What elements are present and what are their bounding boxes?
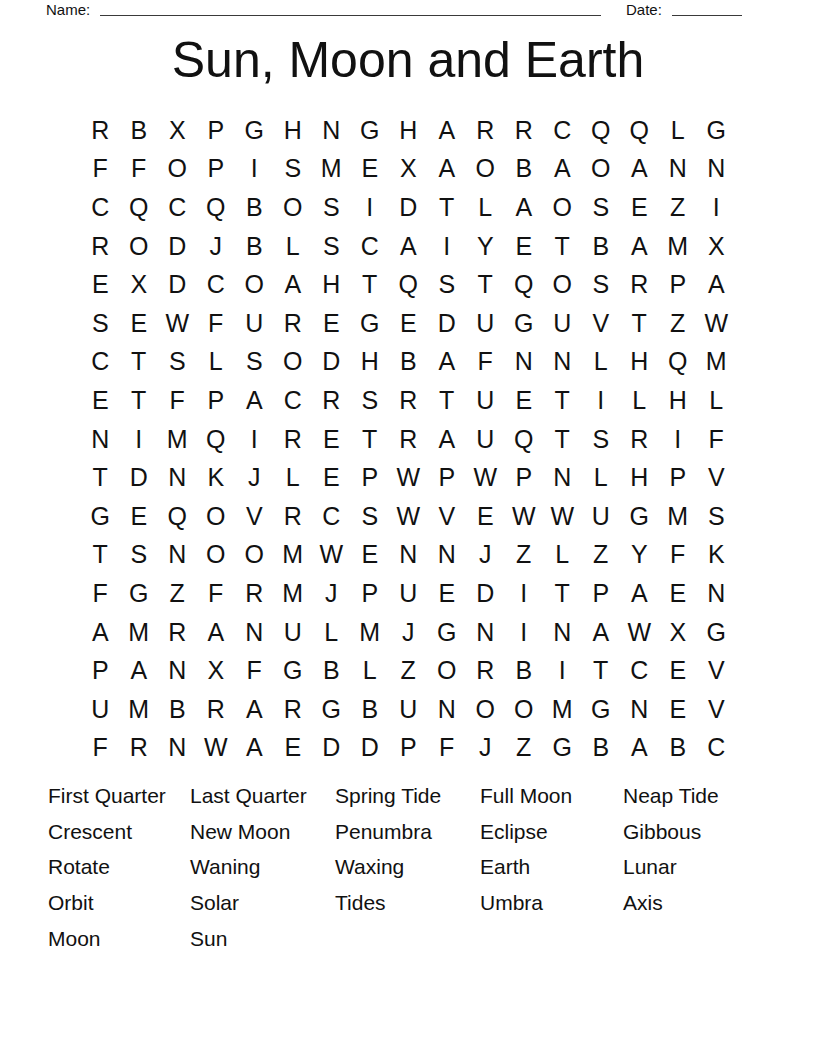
grid-cell-r4c16: M	[659, 227, 698, 266]
grid-cell-r12c9: N	[389, 536, 428, 575]
grid-cell-r2c1: F	[81, 150, 120, 189]
grid-cell-r7c17: M	[697, 343, 736, 382]
grid-cell-r11c10: V	[428, 497, 467, 536]
grid-cell-r16c9: U	[389, 690, 428, 729]
word-item: Orbit	[48, 885, 190, 921]
grid-cell-r14c10: G	[428, 613, 467, 652]
grid-cell-r12c12: Z	[505, 536, 544, 575]
grid-cell-r11c6: R	[274, 497, 313, 536]
grid-cell-r10c15: H	[620, 458, 659, 497]
grid-cell-r5c4: C	[197, 265, 236, 304]
grid-cell-r7c14: L	[582, 343, 621, 382]
grid-cell-r1c5: G	[235, 111, 274, 150]
grid-cell-r14c2: M	[120, 613, 159, 652]
grid-cell-r7c1: C	[81, 343, 120, 382]
grid-cell-r9c3: M	[158, 420, 197, 459]
grid-cell-r2c9: X	[389, 150, 428, 189]
grid-cell-r12c16: F	[659, 536, 698, 575]
grid-cell-r5c13: O	[543, 265, 582, 304]
grid-cell-r13c16: E	[659, 574, 698, 613]
word-list-column-1: First QuarterCrescentRotateOrbitMoon	[48, 778, 190, 957]
grid-cell-r17c14: B	[582, 729, 621, 768]
grid-cell-r14c13: N	[543, 613, 582, 652]
grid-cell-r2c2: F	[120, 150, 159, 189]
grid-cell-r6c3: W	[158, 304, 197, 343]
grid-cell-r15c11: R	[466, 651, 505, 690]
grid-cell-r10c2: D	[120, 458, 159, 497]
grid-cell-r4c15: A	[620, 227, 659, 266]
grid-cell-r7c11: F	[466, 343, 505, 382]
grid-cell-r2c10: A	[428, 150, 467, 189]
grid-cell-r5c5: O	[235, 265, 274, 304]
word-item: Penumbra	[335, 814, 480, 850]
grid-cell-r8c15: L	[620, 381, 659, 420]
grid-cell-r14c4: A	[197, 613, 236, 652]
grid-cell-r15c16: E	[659, 651, 698, 690]
grid-cell-r6c15: T	[620, 304, 659, 343]
grid-cell-r4c11: Y	[466, 227, 505, 266]
grid-cell-r14c11: N	[466, 613, 505, 652]
grid-cell-r1c16: L	[659, 111, 698, 150]
grid-cell-r8c5: A	[235, 381, 274, 420]
grid-cell-r12c5: O	[235, 536, 274, 575]
grid-cell-r13c12: I	[505, 574, 544, 613]
grid-cell-r4c5: B	[235, 227, 274, 266]
grid-cell-r3c1: C	[81, 188, 120, 227]
grid-cell-r11c3: Q	[158, 497, 197, 536]
grid-cell-r8c4: P	[197, 381, 236, 420]
grid-cell-r7c5: S	[235, 343, 274, 382]
grid-cell-r3c17: I	[697, 188, 736, 227]
grid-cell-r17c7: D	[312, 729, 351, 768]
grid-cell-r16c13: M	[543, 690, 582, 729]
grid-cell-r14c16: X	[659, 613, 698, 652]
grid-cell-r15c12: B	[505, 651, 544, 690]
grid-cell-r7c7: D	[312, 343, 351, 382]
grid-cell-r8c16: H	[659, 381, 698, 420]
grid-cell-r14c15: W	[620, 613, 659, 652]
grid-cell-r13c7: J	[312, 574, 351, 613]
grid-cell-r3c8: I	[351, 188, 390, 227]
grid-cell-r2c16: N	[659, 150, 698, 189]
grid-cell-r7c4: L	[197, 343, 236, 382]
grid-cell-r12c11: J	[466, 536, 505, 575]
grid-cell-r3c16: Z	[659, 188, 698, 227]
grid-cell-r16c1: U	[81, 690, 120, 729]
grid-cell-r10c6: L	[274, 458, 313, 497]
grid-cell-r16c11: O	[466, 690, 505, 729]
grid-cell-r2c7: M	[312, 150, 351, 189]
grid-cell-r15c13: I	[543, 651, 582, 690]
word-item: New Moon	[190, 814, 335, 850]
grid-cell-r13c6: M	[274, 574, 313, 613]
grid-cell-r16c4: R	[197, 690, 236, 729]
grid-cell-r1c17: G	[697, 111, 736, 150]
word-list-column-4: Full MoonEclipseEarthUmbra	[480, 778, 623, 957]
grid-cell-r17c9: P	[389, 729, 428, 768]
grid-cell-r9c16: I	[659, 420, 698, 459]
grid-cell-r2c12: B	[505, 150, 544, 189]
grid-cell-r11c16: M	[659, 497, 698, 536]
grid-cell-r4c6: L	[274, 227, 313, 266]
grid-cell-r3c3: C	[158, 188, 197, 227]
grid-cell-r1c4: P	[197, 111, 236, 150]
grid-cell-r5c7: H	[312, 265, 351, 304]
grid-cell-r12c2: S	[120, 536, 159, 575]
grid-cell-r8c3: F	[158, 381, 197, 420]
grid-cell-r16c5: A	[235, 690, 274, 729]
grid-cell-r17c15: A	[620, 729, 659, 768]
grid-cell-r10c4: K	[197, 458, 236, 497]
grid-cell-r12c14: Z	[582, 536, 621, 575]
grid-cell-r11c14: U	[582, 497, 621, 536]
name-fill-line	[100, 0, 601, 16]
grid-cell-r14c1: A	[81, 613, 120, 652]
date-fill-line	[672, 0, 742, 16]
grid-cell-r1c14: Q	[582, 111, 621, 150]
grid-cell-r8c2: T	[120, 381, 159, 420]
grid-cell-r3c2: Q	[120, 188, 159, 227]
grid-cell-r5c8: T	[351, 265, 390, 304]
grid-cell-r3c15: E	[620, 188, 659, 227]
grid-cell-r11c9: W	[389, 497, 428, 536]
grid-cell-r8c8: S	[351, 381, 390, 420]
grid-cell-r17c11: J	[466, 729, 505, 768]
grid-cell-r17c5: A	[235, 729, 274, 768]
grid-cell-r5c9: Q	[389, 265, 428, 304]
grid-cell-r14c17: G	[697, 613, 736, 652]
grid-cell-r12c17: K	[697, 536, 736, 575]
grid-cell-r4c1: R	[81, 227, 120, 266]
grid-cell-r4c4: J	[197, 227, 236, 266]
grid-cell-r1c7: N	[312, 111, 351, 150]
grid-cell-r15c14: T	[582, 651, 621, 690]
grid-cell-r15c5: F	[235, 651, 274, 690]
grid-cell-r12c8: E	[351, 536, 390, 575]
word-item: First Quarter	[48, 778, 190, 814]
grid-cell-r7c10: A	[428, 343, 467, 382]
grid-cell-r9c7: E	[312, 420, 351, 459]
grid-cell-r10c12: P	[505, 458, 544, 497]
grid-cell-r7c3: S	[158, 343, 197, 382]
grid-cell-r5c14: S	[582, 265, 621, 304]
grid-cell-r8c10: T	[428, 381, 467, 420]
word-item: Axis	[623, 885, 783, 921]
grid-cell-r5c10: S	[428, 265, 467, 304]
grid-cell-r9c5: I	[235, 420, 274, 459]
grid-cell-r7c16: Q	[659, 343, 698, 382]
grid-cell-r12c1: T	[81, 536, 120, 575]
grid-cell-r15c9: Z	[389, 651, 428, 690]
worksheet-page: Name: Date: Sun, Moon and Earth RBXPGHNG…	[0, 0, 816, 1056]
grid-cell-r13c2: G	[120, 574, 159, 613]
grid-cell-r4c10: I	[428, 227, 467, 266]
grid-cell-r12c3: N	[158, 536, 197, 575]
grid-cell-r16c17: V	[697, 690, 736, 729]
grid-cell-r8c13: T	[543, 381, 582, 420]
grid-cell-r3c12: A	[505, 188, 544, 227]
grid-cell-r16c15: N	[620, 690, 659, 729]
grid-cell-r4c12: E	[505, 227, 544, 266]
grid-cell-r10c3: N	[158, 458, 197, 497]
grid-cell-r10c5: J	[235, 458, 274, 497]
grid-cell-r17c10: F	[428, 729, 467, 768]
grid-cell-r5c17: A	[697, 265, 736, 304]
grid-cell-r4c2: O	[120, 227, 159, 266]
grid-cell-r6c4: F	[197, 304, 236, 343]
grid-cell-r17c12: Z	[505, 729, 544, 768]
grid-cell-r14c3: R	[158, 613, 197, 652]
grid-cell-r11c8: S	[351, 497, 390, 536]
word-item: Gibbous	[623, 814, 783, 850]
grid-cell-r12c4: O	[197, 536, 236, 575]
grid-cell-r17c6: E	[274, 729, 313, 768]
grid-cell-r1c11: R	[466, 111, 505, 150]
grid-cell-r15c8: L	[351, 651, 390, 690]
grid-cell-r17c1: F	[81, 729, 120, 768]
grid-cell-r8c7: R	[312, 381, 351, 420]
grid-cell-r12c10: N	[428, 536, 467, 575]
word-list-column-5: Neap TideGibbousLunarAxis	[623, 778, 783, 957]
grid-cell-r6c8: G	[351, 304, 390, 343]
grid-cell-r13c4: F	[197, 574, 236, 613]
grid-cell-r2c5: I	[235, 150, 274, 189]
grid-cell-r11c4: O	[197, 497, 236, 536]
grid-cell-r11c17: S	[697, 497, 736, 536]
grid-cell-r4c8: C	[351, 227, 390, 266]
grid-cell-r15c10: O	[428, 651, 467, 690]
grid-cell-r5c11: T	[466, 265, 505, 304]
date-label: Date:	[626, 1, 662, 18]
grid-cell-r9c9: R	[389, 420, 428, 459]
grid-cell-r9c13: T	[543, 420, 582, 459]
grid-cell-r16c10: N	[428, 690, 467, 729]
grid-cell-r6c16: Z	[659, 304, 698, 343]
grid-cell-r9c2: I	[120, 420, 159, 459]
grid-cell-r5c2: X	[120, 265, 159, 304]
grid-cell-r10c17: V	[697, 458, 736, 497]
word-item: Neap Tide	[623, 778, 783, 814]
grid-cell-r9c12: Q	[505, 420, 544, 459]
grid-cell-r6c2: E	[120, 304, 159, 343]
grid-cell-r15c15: C	[620, 651, 659, 690]
grid-cell-r17c3: N	[158, 729, 197, 768]
grid-cell-r7c13: N	[543, 343, 582, 382]
grid-cell-r8c6: C	[274, 381, 313, 420]
grid-cell-r2c13: A	[543, 150, 582, 189]
grid-cell-r15c3: N	[158, 651, 197, 690]
grid-cell-r6c6: R	[274, 304, 313, 343]
grid-cell-r17c8: D	[351, 729, 390, 768]
puzzle-title: Sun, Moon and Earth	[0, 31, 816, 89]
word-list-column-2: Last QuarterNew MoonWaningSolarSun	[190, 778, 335, 957]
grid-cell-r13c1: F	[81, 574, 120, 613]
grid-cell-r16c8: B	[351, 690, 390, 729]
grid-cell-r5c3: D	[158, 265, 197, 304]
grid-cell-r13c14: P	[582, 574, 621, 613]
grid-cell-r11c2: E	[120, 497, 159, 536]
grid-cell-r16c7: G	[312, 690, 351, 729]
grid-cell-r14c14: A	[582, 613, 621, 652]
grid-cell-r12c6: M	[274, 536, 313, 575]
grid-cell-r1c2: B	[120, 111, 159, 150]
word-item: Lunar	[623, 849, 783, 885]
word-item: Moon	[48, 921, 190, 957]
grid-cell-r9c1: N	[81, 420, 120, 459]
grid-cell-r14c5: N	[235, 613, 274, 652]
grid-cell-r8c14: I	[582, 381, 621, 420]
grid-cell-r6c12: G	[505, 304, 544, 343]
grid-cell-r6c10: D	[428, 304, 467, 343]
grid-cell-r4c17: X	[697, 227, 736, 266]
grid-cell-r11c12: W	[505, 497, 544, 536]
word-item: Waning	[190, 849, 335, 885]
grid-cell-r10c8: P	[351, 458, 390, 497]
grid-cell-r8c11: U	[466, 381, 505, 420]
grid-cell-r15c17: V	[697, 651, 736, 690]
grid-cell-r16c12: O	[505, 690, 544, 729]
word-search-grid: RBXPGHNGHARRCQQLGFFOPISMEXAOBAOANNCQCQBO…	[81, 111, 736, 767]
grid-cell-r1c10: A	[428, 111, 467, 150]
grid-cell-r13c15: A	[620, 574, 659, 613]
grid-cell-r17c2: R	[120, 729, 159, 768]
grid-cell-r10c14: L	[582, 458, 621, 497]
grid-cell-r1c13: C	[543, 111, 582, 150]
word-item: Sun	[190, 921, 335, 957]
grid-cell-r3c9: D	[389, 188, 428, 227]
grid-cell-r15c7: B	[312, 651, 351, 690]
word-item: Last Quarter	[190, 778, 335, 814]
word-item: Tides	[335, 885, 480, 921]
grid-cell-r13c9: U	[389, 574, 428, 613]
grid-cell-r6c1: S	[81, 304, 120, 343]
grid-cell-r4c9: A	[389, 227, 428, 266]
grid-cell-r3c13: O	[543, 188, 582, 227]
grid-cell-r14c6: U	[274, 613, 313, 652]
grid-cell-r4c3: D	[158, 227, 197, 266]
grid-cell-r9c15: R	[620, 420, 659, 459]
grid-cell-r5c15: R	[620, 265, 659, 304]
word-item: Full Moon	[480, 778, 623, 814]
grid-cell-r14c7: L	[312, 613, 351, 652]
grid-cell-r4c7: S	[312, 227, 351, 266]
word-item: Spring Tide	[335, 778, 480, 814]
grid-cell-r7c15: H	[620, 343, 659, 382]
grid-cell-r10c1: T	[81, 458, 120, 497]
grid-cell-r16c6: R	[274, 690, 313, 729]
grid-cell-r2c4: P	[197, 150, 236, 189]
grid-cell-r13c5: R	[235, 574, 274, 613]
grid-cell-r8c9: R	[389, 381, 428, 420]
grid-cell-r2c3: O	[158, 150, 197, 189]
grid-cell-r5c12: Q	[505, 265, 544, 304]
grid-cell-r6c11: U	[466, 304, 505, 343]
grid-cell-r9c17: F	[697, 420, 736, 459]
grid-cell-r6c13: U	[543, 304, 582, 343]
grid-cell-r5c6: A	[274, 265, 313, 304]
grid-cell-r16c14: G	[582, 690, 621, 729]
grid-cell-r4c14: B	[582, 227, 621, 266]
grid-cell-r3c4: Q	[197, 188, 236, 227]
grid-cell-r6c17: W	[697, 304, 736, 343]
grid-cell-r10c10: P	[428, 458, 467, 497]
grid-cell-r13c11: D	[466, 574, 505, 613]
grid-cell-r3c5: B	[235, 188, 274, 227]
grid-cell-r17c4: W	[197, 729, 236, 768]
grid-cell-r9c10: A	[428, 420, 467, 459]
grid-cell-r5c16: P	[659, 265, 698, 304]
grid-cell-r11c15: G	[620, 497, 659, 536]
grid-cell-r2c15: A	[620, 150, 659, 189]
grid-cell-r10c16: P	[659, 458, 698, 497]
grid-cell-r16c3: B	[158, 690, 197, 729]
grid-cell-r3c10: T	[428, 188, 467, 227]
grid-cell-r15c1: P	[81, 651, 120, 690]
word-item: Rotate	[48, 849, 190, 885]
grid-cell-r9c6: R	[274, 420, 313, 459]
word-item: Waxing	[335, 849, 480, 885]
grid-cell-r15c6: G	[274, 651, 313, 690]
grid-cell-r8c12: E	[505, 381, 544, 420]
grid-cell-r1c3: X	[158, 111, 197, 150]
grid-cell-r10c13: N	[543, 458, 582, 497]
grid-cell-r1c8: G	[351, 111, 390, 150]
word-item: Eclipse	[480, 814, 623, 850]
grid-cell-r14c8: M	[351, 613, 390, 652]
grid-cell-r10c9: W	[389, 458, 428, 497]
grid-cell-r13c10: E	[428, 574, 467, 613]
grid-cell-r11c13: W	[543, 497, 582, 536]
grid-cell-r2c8: E	[351, 150, 390, 189]
grid-cell-r10c7: E	[312, 458, 351, 497]
grid-cell-r13c8: P	[351, 574, 390, 613]
grid-cell-r2c14: O	[582, 150, 621, 189]
grid-cell-r9c8: T	[351, 420, 390, 459]
grid-cell-r13c3: Z	[158, 574, 197, 613]
grid-cell-r4c13: T	[543, 227, 582, 266]
grid-cell-r2c6: S	[274, 150, 313, 189]
word-item: Earth	[480, 849, 623, 885]
grid-cell-r1c15: Q	[620, 111, 659, 150]
grid-cell-r9c14: S	[582, 420, 621, 459]
grid-cell-r6c14: V	[582, 304, 621, 343]
grid-cell-r15c4: X	[197, 651, 236, 690]
grid-cell-r12c7: W	[312, 536, 351, 575]
grid-cell-r10c11: W	[466, 458, 505, 497]
grid-cell-r11c11: E	[466, 497, 505, 536]
grid-cell-r1c1: R	[81, 111, 120, 150]
grid-cell-r6c5: U	[235, 304, 274, 343]
word-item: Crescent	[48, 814, 190, 850]
grid-cell-r1c9: H	[389, 111, 428, 150]
grid-cell-r8c1: E	[81, 381, 120, 420]
grid-cell-r1c12: R	[505, 111, 544, 150]
grid-cell-r2c11: O	[466, 150, 505, 189]
grid-cell-r7c8: H	[351, 343, 390, 382]
word-item: Solar	[190, 885, 335, 921]
grid-cell-r6c7: E	[312, 304, 351, 343]
grid-cell-r14c9: J	[389, 613, 428, 652]
word-list: First QuarterCrescentRotateOrbitMoonLast…	[48, 778, 783, 957]
name-label: Name:	[46, 1, 90, 18]
grid-cell-r3c6: O	[274, 188, 313, 227]
grid-cell-r17c17: C	[697, 729, 736, 768]
grid-cell-r9c4: Q	[197, 420, 236, 459]
grid-cell-r7c2: T	[120, 343, 159, 382]
grid-cell-r12c13: L	[543, 536, 582, 575]
word-item: Umbra	[480, 885, 623, 921]
grid-cell-r11c7: C	[312, 497, 351, 536]
